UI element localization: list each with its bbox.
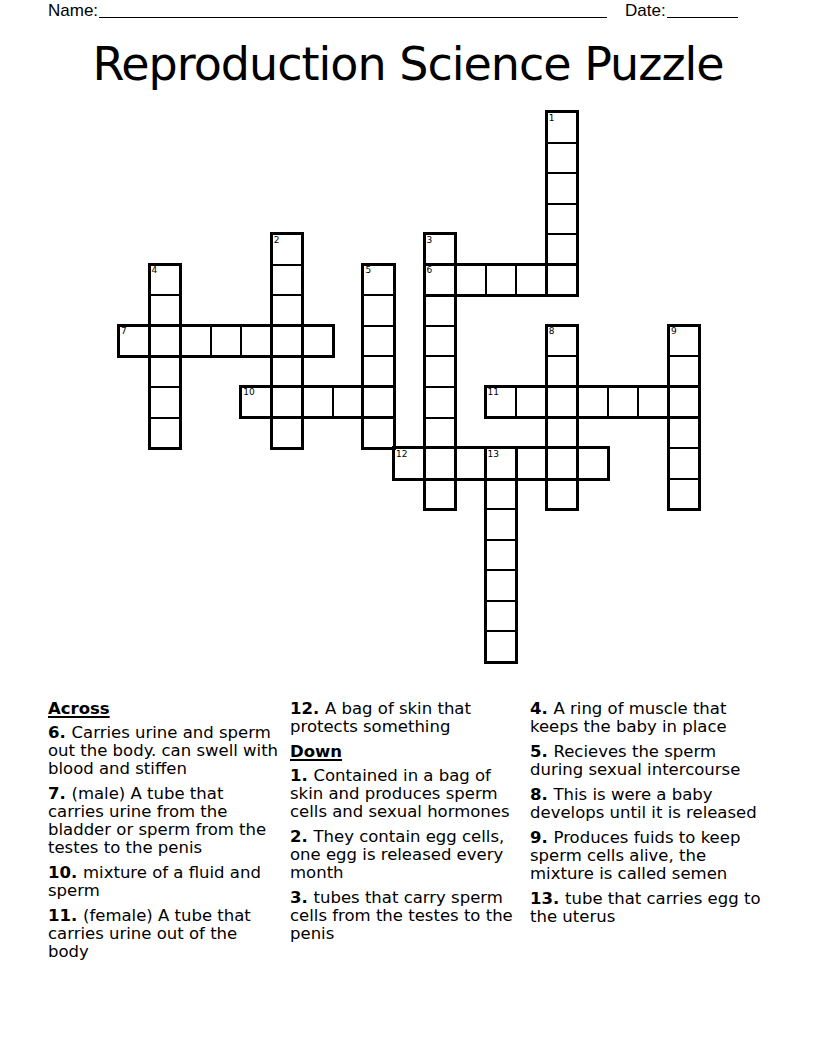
- clue-number-13: 13.: [530, 889, 565, 908]
- date-label: Date:: [625, 1, 666, 21]
- grid-cell-r10c14[interactable]: [546, 417, 579, 450]
- clue-column-1: Across6. Carries urine and sperm out the…: [48, 700, 283, 968]
- clue-4: 4. A ring of muscle that keeps the baby …: [530, 700, 765, 736]
- grid-cell-r8c8[interactable]: [362, 355, 395, 388]
- clue-2: 2. They contain egg cells, one egg is re…: [290, 828, 525, 882]
- clue-column-2: 12. A bag of skin that protects somethin…: [290, 700, 525, 950]
- clue-8: 8. This is were a baby develops until it…: [530, 786, 765, 822]
- grid-cell-r9c14[interactable]: [546, 386, 579, 419]
- clue-number-8: 8.: [530, 785, 554, 804]
- grid-cell-r7c0[interactable]: [118, 325, 151, 358]
- clue-9: 9. Produces fuids to keep sperm cells al…: [530, 829, 765, 883]
- grid-cell-r9c7[interactable]: [332, 386, 365, 419]
- across-heading: Across: [48, 700, 283, 718]
- clue-number-12: 12.: [290, 699, 325, 718]
- grid-cell-r4c5[interactable]: [271, 233, 304, 266]
- grid-cell-r12c12[interactable]: [485, 478, 518, 511]
- grid-cell-r9c1[interactable]: [149, 386, 182, 419]
- grid-cell-r9c17[interactable]: [637, 386, 670, 419]
- name-label: Name:: [48, 1, 98, 21]
- grid-cell-r6c10[interactable]: [424, 294, 457, 327]
- grid-cell-r5c14[interactable]: [546, 264, 579, 297]
- clue-number-2: 2.: [290, 827, 314, 846]
- clue-number-10: 10.: [48, 863, 83, 882]
- clue-3: 3. tubes that carry sperm cells from the…: [290, 889, 525, 943]
- grid-cell-r8c18[interactable]: [668, 355, 701, 388]
- grid-cell-r0c14[interactable]: [546, 111, 579, 144]
- clue-11: 11. (female) A tube that carries urine o…: [48, 907, 283, 961]
- name-blank-line[interactable]: [99, 0, 607, 18]
- grid-cell-r8c10[interactable]: [424, 355, 457, 388]
- grid-cell-r6c5[interactable]: [271, 294, 304, 327]
- grid-cell-r7c10[interactable]: [424, 325, 457, 358]
- grid-cell-r7c2[interactable]: [179, 325, 212, 358]
- grid-cell-r10c1[interactable]: [149, 417, 182, 450]
- grid-cell-r5c1[interactable]: [149, 264, 182, 297]
- grid-cell-r6c1[interactable]: [149, 294, 182, 327]
- clue-number-7: 7.: [48, 784, 72, 803]
- grid-cell-r3c14[interactable]: [546, 203, 579, 236]
- grid-cell-r7c6[interactable]: [301, 325, 334, 358]
- clue-number-4: 4.: [530, 699, 554, 718]
- grid-cell-r4c10[interactable]: [424, 233, 457, 266]
- grid-cell-r11c15[interactable]: [576, 447, 609, 480]
- grid-cell-r8c14[interactable]: [546, 355, 579, 388]
- grid-cell-r9c8[interactable]: [362, 386, 395, 419]
- grid-cell-r11c11[interactable]: [454, 447, 487, 480]
- grid-cell-r16c12[interactable]: [485, 600, 518, 633]
- grid-cell-r7c8[interactable]: [362, 325, 395, 358]
- grid-cell-r17c12[interactable]: [485, 630, 518, 663]
- grid-cell-r7c14[interactable]: [546, 325, 579, 358]
- clue-number-5: 5.: [530, 742, 554, 761]
- page-title: Reproduction Science Puzzle: [0, 36, 816, 92]
- clue-column-3: 4. A ring of muscle that keeps the baby …: [530, 700, 765, 933]
- grid-cell-r7c1[interactable]: [149, 325, 182, 358]
- clue-7: 7. (male) A tube that carries urine from…: [48, 785, 283, 857]
- grid-cell-r9c10[interactable]: [424, 386, 457, 419]
- grid-cell-r4c14[interactable]: [546, 233, 579, 266]
- grid-cell-r11c12[interactable]: [485, 447, 518, 480]
- clue-10: 10. mixture of a fluid and sperm: [48, 864, 283, 900]
- grid-cell-r11c9[interactable]: [393, 447, 426, 480]
- grid-cell-r12c18[interactable]: [668, 478, 701, 511]
- crossword-grid: 12345678910111213: [118, 111, 700, 662]
- grid-cell-r5c13[interactable]: [515, 264, 548, 297]
- grid-cell-r5c11[interactable]: [454, 264, 487, 297]
- grid-cell-r9c4[interactable]: [240, 386, 273, 419]
- grid-cell-r11c10[interactable]: [424, 447, 457, 480]
- grid-cell-r11c14[interactable]: [546, 447, 579, 480]
- clue-number-1: 1.: [290, 766, 314, 785]
- clue-number-11: 11.: [48, 906, 83, 925]
- clue-13: 13. tube that carries egg to the uterus: [530, 890, 765, 926]
- grid-cell-r10c18[interactable]: [668, 417, 701, 450]
- grid-cell-r9c16[interactable]: [607, 386, 640, 419]
- grid-cell-r2c14[interactable]: [546, 172, 579, 205]
- clue-5: 5. Recieves the sperm during sexual inte…: [530, 743, 765, 779]
- grid-cell-r11c18[interactable]: [668, 447, 701, 480]
- grid-cell-r9c18[interactable]: [668, 386, 701, 419]
- grid-cell-r11c13[interactable]: [515, 447, 548, 480]
- grid-cell-r7c3[interactable]: [210, 325, 243, 358]
- grid-cell-r9c15[interactable]: [576, 386, 609, 419]
- grid-cell-r14c12[interactable]: [485, 539, 518, 572]
- clue-12: 12. A bag of skin that protects somethin…: [290, 700, 525, 736]
- grid-cell-r10c10[interactable]: [424, 417, 457, 450]
- clue-6: 6. Carries urine and sperm out the body.…: [48, 724, 283, 778]
- grid-cell-r1c14[interactable]: [546, 142, 579, 175]
- grid-cell-r9c5[interactable]: [271, 386, 304, 419]
- clue-number-9: 9.: [530, 828, 554, 847]
- grid-cell-r9c6[interactable]: [301, 386, 334, 419]
- grid-cell-r10c8[interactable]: [362, 417, 395, 450]
- grid-cell-r12c14[interactable]: [546, 478, 579, 511]
- grid-cell-r9c13[interactable]: [515, 386, 548, 419]
- grid-cell-r5c5[interactable]: [271, 264, 304, 297]
- grid-cell-r15c12[interactable]: [485, 569, 518, 602]
- grid-cell-r12c10[interactable]: [424, 478, 457, 511]
- grid-cell-r9c12[interactable]: [485, 386, 518, 419]
- date-blank-line[interactable]: [667, 0, 738, 18]
- grid-cell-r7c4[interactable]: [240, 325, 273, 358]
- grid-cell-r7c5[interactable]: [271, 325, 304, 358]
- clue-1: 1. Contained in a bag of skin and produc…: [290, 767, 525, 821]
- grid-cell-r6c8[interactable]: [362, 294, 395, 327]
- clue-number-3: 3.: [290, 888, 314, 907]
- clue-number-6: 6.: [48, 723, 72, 742]
- grid-cell-r13c12[interactable]: [485, 508, 518, 541]
- grid-cell-r5c10[interactable]: [424, 264, 457, 297]
- down-heading: Down: [290, 743, 525, 761]
- grid-cell-r5c8[interactable]: [362, 264, 395, 297]
- grid-cell-r10c5[interactable]: [271, 417, 304, 450]
- grid-cell-r5c12[interactable]: [485, 264, 518, 297]
- grid-cell-r8c5[interactable]: [271, 355, 304, 388]
- grid-cell-r8c1[interactable]: [149, 355, 182, 388]
- grid-cell-r7c18[interactable]: [668, 325, 701, 358]
